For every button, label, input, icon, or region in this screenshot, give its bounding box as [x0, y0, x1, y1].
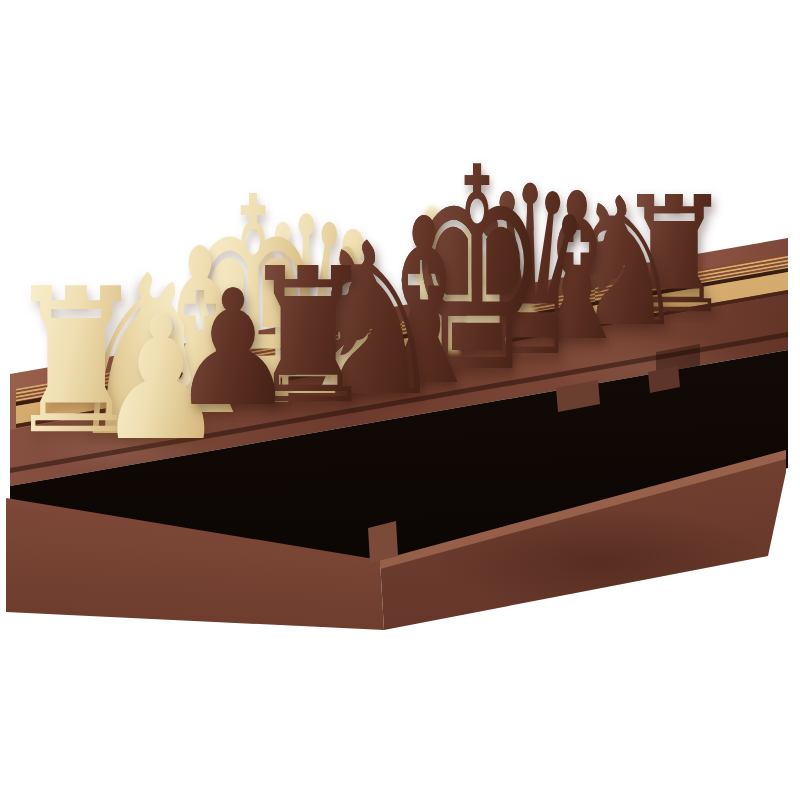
- black-pawn-1-piece: ♟: [170, 269, 296, 429]
- product-photo-scene: ♜♞♟♝♚♛♝♝♟♟♟♜♞♝♚♛♝♞♜: [0, 0, 800, 800]
- pieces-layer: ♜♞♟♝♚♛♝♝♟♟♟♜♞♝♚♛♝♞♜: [0, 0, 800, 800]
